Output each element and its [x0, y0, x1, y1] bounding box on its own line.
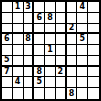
sudoku-cell-r6c4[interactable] [34, 56, 45, 67]
sudoku-cell-r8c9[interactable] [88, 77, 99, 88]
sudoku-cell-r2c7[interactable] [67, 13, 78, 24]
sudoku-cell-r4c7[interactable] [67, 34, 78, 45]
sudoku-cell-r8c5[interactable] [45, 77, 56, 88]
sudoku-cell-r2c9[interactable] [88, 13, 99, 24]
sudoku-cell-r4c1[interactable]: 6 [2, 34, 13, 45]
sudoku-cell-r7c2[interactable] [13, 67, 24, 78]
sudoku-cell-r8c4[interactable]: 5 [34, 77, 45, 88]
sudoku-cell-r8c8[interactable] [77, 77, 88, 88]
sudoku-cell-r1c1[interactable] [2, 2, 13, 13]
sudoku-cell-r7c1[interactable]: 7 [2, 67, 13, 78]
sudoku-cell-r9c1[interactable] [2, 88, 13, 99]
sudoku-cell-r6c6[interactable] [56, 56, 67, 67]
sudoku-cell-r1c2[interactable]: 1 [13, 2, 24, 13]
sudoku-cell-r6c3[interactable] [24, 56, 35, 67]
sudoku-cell-r3c2[interactable] [13, 24, 24, 35]
sudoku-cell-r6c5[interactable] [45, 56, 56, 67]
sudoku-cell-r2c2[interactable] [13, 13, 24, 24]
sudoku-cell-r6c9[interactable] [88, 56, 99, 67]
sudoku-cell-r9c8[interactable] [77, 88, 88, 99]
sudoku-cell-r9c2[interactable] [13, 88, 24, 99]
sudoku-board: 13468268515782458 [0, 0, 101, 101]
sudoku-cell-r3c8[interactable] [77, 24, 88, 35]
sudoku-cell-r8c3[interactable] [24, 77, 35, 88]
sudoku-cell-r9c7[interactable]: 8 [67, 88, 78, 99]
sudoku-cell-r5c1[interactable] [2, 45, 13, 56]
sudoku-cell-r5c5[interactable]: 1 [45, 45, 56, 56]
sudoku-cell-r6c2[interactable] [13, 56, 24, 67]
sudoku-cell-r5c4[interactable] [34, 45, 45, 56]
sudoku-cell-r1c7[interactable] [67, 2, 78, 13]
sudoku-cell-r6c8[interactable] [77, 56, 88, 67]
sudoku-cell-r7c7[interactable] [67, 67, 78, 78]
sudoku-cell-r4c9[interactable] [88, 34, 99, 45]
sudoku-cell-r5c7[interactable] [67, 45, 78, 56]
sudoku-cell-r7c6[interactable]: 2 [56, 67, 67, 78]
sudoku-cell-r5c2[interactable] [13, 45, 24, 56]
sudoku-cell-r5c9[interactable] [88, 45, 99, 56]
sudoku-cell-r7c4[interactable]: 8 [34, 67, 45, 78]
sudoku-cell-r4c5[interactable] [45, 34, 56, 45]
sudoku-cell-r9c9[interactable] [88, 88, 99, 99]
sudoku-cell-r2c8[interactable] [77, 13, 88, 24]
sudoku-cell-r5c3[interactable] [24, 45, 35, 56]
sudoku-cell-r9c5[interactable] [45, 88, 56, 99]
sudoku-cell-r7c8[interactable] [77, 67, 88, 78]
sudoku-cell-r2c4[interactable]: 6 [34, 13, 45, 24]
sudoku-cell-r2c6[interactable] [56, 13, 67, 24]
sudoku-cell-r3c9[interactable] [88, 24, 99, 35]
sudoku-cell-r2c5[interactable]: 8 [45, 13, 56, 24]
sudoku-cell-r3c1[interactable] [2, 24, 13, 35]
sudoku-cell-r4c2[interactable] [13, 34, 24, 45]
sudoku-cell-r2c1[interactable] [2, 13, 13, 24]
sudoku-cell-r3c5[interactable] [45, 24, 56, 35]
sudoku-cell-r5c8[interactable] [77, 45, 88, 56]
sudoku-cell-r7c5[interactable] [45, 67, 56, 78]
sudoku-cell-r1c5[interactable] [45, 2, 56, 13]
sudoku-cell-r1c4[interactable] [34, 2, 45, 13]
sudoku-cell-r3c6[interactable] [56, 24, 67, 35]
sudoku-cell-r8c6[interactable] [56, 77, 67, 88]
sudoku-cell-r2c3[interactable] [24, 13, 35, 24]
sudoku-cell-r4c6[interactable] [56, 34, 67, 45]
sudoku-cell-r9c3[interactable] [24, 88, 35, 99]
sudoku-cell-r8c2[interactable]: 4 [13, 77, 24, 88]
sudoku-cell-r3c4[interactable] [34, 24, 45, 35]
sudoku-cell-r4c3[interactable]: 8 [24, 34, 35, 45]
sudoku-cell-r9c4[interactable] [34, 88, 45, 99]
sudoku-cell-r6c7[interactable] [67, 56, 78, 67]
sudoku-cell-r3c7[interactable]: 2 [67, 24, 78, 35]
sudoku-cell-r4c4[interactable] [34, 34, 45, 45]
sudoku-cell-r1c6[interactable] [56, 2, 67, 13]
sudoku-cell-r7c3[interactable] [24, 67, 35, 78]
sudoku-cell-r3c3[interactable] [24, 24, 35, 35]
sudoku-cell-r1c3[interactable]: 3 [24, 2, 35, 13]
sudoku-cell-r6c1[interactable]: 5 [2, 56, 13, 67]
sudoku-cell-r1c8[interactable]: 4 [77, 2, 88, 13]
sudoku-cell-r4c8[interactable]: 5 [77, 34, 88, 45]
sudoku-cell-r5c6[interactable] [56, 45, 67, 56]
sudoku-cell-r1c9[interactable] [88, 2, 99, 13]
sudoku-cell-r8c7[interactable] [67, 77, 78, 88]
sudoku-cell-r7c9[interactable] [88, 67, 99, 78]
sudoku-cell-r8c1[interactable] [2, 77, 13, 88]
sudoku-cell-r9c6[interactable] [56, 88, 67, 99]
